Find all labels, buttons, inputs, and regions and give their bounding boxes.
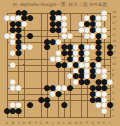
row-label: 2 xyxy=(112,108,119,113)
column-label: P xyxy=(84,120,89,125)
go-board-screenshot: 白: AlphaGo Google - 黑: 柯洁 二段 白中盘胜 ●●●●●●… xyxy=(0,0,120,126)
row-label: 16 xyxy=(112,27,119,32)
star-point xyxy=(92,29,94,31)
column-label: J xyxy=(50,120,55,125)
column-label: E xyxy=(27,120,32,125)
column-label: Q xyxy=(90,120,95,125)
column-label: O xyxy=(79,120,84,125)
column-label: A xyxy=(4,120,9,125)
row-label: 3 xyxy=(112,103,119,108)
column-label: M xyxy=(67,120,72,125)
column-label: D xyxy=(22,120,27,125)
column-label: K xyxy=(56,120,61,125)
row-label: 12 xyxy=(112,50,119,55)
column-label: S xyxy=(102,120,107,125)
column-label: G xyxy=(39,120,44,125)
column-label: C xyxy=(16,120,21,125)
column-label: T xyxy=(107,120,112,125)
row-label: 7 xyxy=(112,79,119,84)
star-point xyxy=(23,29,25,31)
row-label: 18 xyxy=(112,16,119,21)
game-info-title: 白: AlphaGo Google - 黑: 柯洁 二段 白中盘胜 xyxy=(0,1,120,9)
column-label: B xyxy=(10,120,15,125)
column-label: R xyxy=(96,120,101,125)
column-label: H xyxy=(44,120,49,125)
row-label: 15 xyxy=(112,33,119,38)
row-label: 10 xyxy=(112,62,119,67)
row-label: 13 xyxy=(112,45,119,50)
row-label: 1 xyxy=(112,114,119,119)
row-label: 5 xyxy=(112,91,119,96)
row-label: 17 xyxy=(112,21,119,26)
row-label: 8 xyxy=(112,74,119,79)
column-labels: ABCDEFGHJKLMNOPQRST xyxy=(4,120,113,126)
column-label: L xyxy=(62,120,67,125)
row-label: 11 xyxy=(112,56,119,61)
row-label: 6 xyxy=(112,85,119,90)
